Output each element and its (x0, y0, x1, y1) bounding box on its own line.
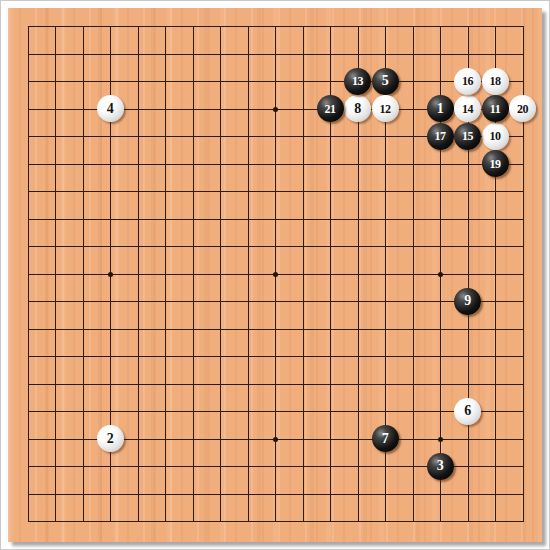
stone-number: 19 (490, 158, 501, 170)
go-board[interactable]: 123456789101112131415161718192021 (8, 8, 542, 542)
stone-number: 20 (517, 103, 528, 115)
star-point (438, 272, 443, 277)
stone-number: 12 (380, 103, 391, 115)
stone-white-16: 16 (454, 68, 481, 95)
stone-black-1: 1 (427, 95, 454, 122)
stone-number: 17 (435, 130, 446, 142)
stone-black-19: 19 (482, 150, 509, 177)
grid-line-horizontal (28, 329, 524, 330)
star-point (438, 437, 443, 442)
stone-number: 15 (462, 130, 473, 142)
stone-number: 14 (462, 103, 473, 115)
grid-line-vertical (413, 26, 414, 522)
stone-white-2: 2 (97, 425, 124, 452)
stone-number: 21 (325, 103, 336, 115)
stone-black-3: 3 (427, 453, 454, 480)
stone-number: 9 (464, 294, 471, 308)
stone-white-12: 12 (372, 95, 399, 122)
stone-white-20: 20 (509, 95, 536, 122)
stone-black-17: 17 (427, 123, 454, 150)
grid-line-horizontal (28, 411, 524, 412)
stone-black-7: 7 (372, 425, 399, 452)
grid-line-horizontal (28, 384, 524, 385)
stone-number: 13 (352, 75, 363, 87)
go-diagram: 123456789101112131415161718192021 (0, 0, 550, 550)
stone-black-5: 5 (372, 68, 399, 95)
star-point (273, 437, 278, 442)
stone-number: 8 (354, 102, 361, 116)
stone-black-15: 15 (454, 123, 481, 150)
stone-number: 10 (490, 130, 501, 142)
stone-black-21: 21 (317, 95, 344, 122)
stone-white-4: 4 (97, 95, 124, 122)
stone-white-8: 8 (344, 95, 371, 122)
star-point (273, 107, 278, 112)
stone-number: 11 (490, 103, 500, 115)
stone-number: 2 (107, 432, 114, 446)
grid-line-horizontal (28, 356, 524, 357)
stone-white-18: 18 (482, 68, 509, 95)
stone-black-13: 13 (344, 68, 371, 95)
star-point (108, 272, 113, 277)
stone-number: 18 (490, 75, 501, 87)
grid-line-horizontal (28, 301, 524, 302)
stone-number: 7 (382, 432, 389, 446)
star-point (273, 272, 278, 277)
grid-line-vertical (303, 26, 304, 522)
stone-black-9: 9 (454, 288, 481, 315)
stone-number: 5 (382, 74, 389, 88)
stone-white-14: 14 (454, 95, 481, 122)
stone-number: 16 (462, 75, 473, 87)
grid-line-horizontal (28, 494, 524, 495)
stone-number: 3 (437, 459, 444, 473)
grid-line-horizontal (28, 521, 524, 522)
stone-white-6: 6 (454, 398, 481, 425)
stone-white-10: 10 (482, 123, 509, 150)
stone-number: 6 (464, 404, 471, 418)
stone-number: 1 (437, 102, 444, 116)
stone-black-11: 11 (482, 95, 509, 122)
stone-number: 4 (107, 102, 114, 116)
